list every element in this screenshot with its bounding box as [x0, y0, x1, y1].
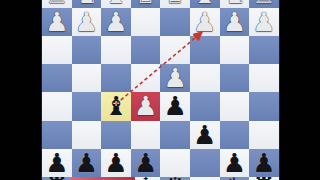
square-e4[interactable]: [131, 64, 161, 92]
square-c8[interactable]: [190, 177, 220, 180]
white-pawn: ♟: [75, 8, 98, 36]
square-g5[interactable]: [72, 92, 102, 120]
square-d1[interactable]: ♛: [160, 0, 190, 8]
square-d8[interactable]: ♛: [160, 177, 190, 180]
white-pawn: ♟: [45, 8, 68, 36]
square-a8[interactable]: ♜: [249, 177, 279, 180]
square-e2[interactable]: [131, 8, 161, 36]
square-h3[interactable]: [42, 36, 72, 64]
white-king: ♚: [134, 0, 157, 8]
square-c3[interactable]: [190, 36, 220, 64]
chess-board: ♜♞♝♚♛♝♞♜♟♟♟♟♟♟♟♝♟♟♟♟♟♟♟♟♟♜♞♝♚♛♞♜: [41, 0, 280, 180]
black-king: ♚: [134, 173, 157, 180]
square-a5[interactable]: [249, 92, 279, 120]
square-f3[interactable]: [101, 36, 131, 64]
square-h4[interactable]: [42, 64, 72, 92]
square-a2[interactable]: ♟: [249, 8, 279, 36]
square-a4[interactable]: [249, 64, 279, 92]
square-g4[interactable]: [72, 64, 102, 92]
square-b8[interactable]: ♞: [220, 177, 250, 180]
square-c4[interactable]: [190, 64, 220, 92]
letterbox-right: [278, 0, 320, 180]
white-pawn: ♟: [223, 8, 246, 36]
square-e3[interactable]: [131, 36, 161, 64]
square-c6[interactable]: ♟: [190, 121, 220, 149]
square-b2[interactable]: ♟: [220, 8, 250, 36]
square-g6[interactable]: [72, 121, 102, 149]
square-h6[interactable]: [42, 121, 72, 149]
square-c7[interactable]: [190, 149, 220, 177]
square-f2[interactable]: ♟: [101, 8, 131, 36]
square-a6[interactable]: [249, 121, 279, 149]
square-h8[interactable]: ♜: [42, 177, 72, 180]
chess-video-frame: ♜♞♝♚♛♝♞♜♟♟♟♟♟♟♟♝♟♟♟♟♟♟♟♟♟♜♞♝♚♛♞♜: [0, 0, 320, 180]
square-c2[interactable]: ♟: [190, 8, 220, 36]
black-knight: ♞: [223, 173, 246, 180]
square-h5[interactable]: [42, 92, 72, 120]
square-b5[interactable]: [220, 92, 250, 120]
square-b3[interactable]: [220, 36, 250, 64]
square-f5[interactable]: ♝: [101, 92, 131, 120]
square-c5[interactable]: [190, 92, 220, 120]
square-g2[interactable]: ♟: [72, 8, 102, 36]
black-pawn: ♟: [164, 92, 187, 120]
square-a3[interactable]: [249, 36, 279, 64]
square-e8[interactable]: ♚: [131, 177, 161, 180]
black-rook: ♜: [252, 173, 275, 180]
square-f4[interactable]: [101, 64, 131, 92]
black-bishop: ♝: [104, 92, 127, 120]
square-d4[interactable]: ♟: [160, 64, 190, 92]
square-e6[interactable]: [131, 121, 161, 149]
white-pawn: ♟: [134, 92, 157, 120]
white-pawn: ♟: [164, 64, 187, 92]
white-pawn: ♟: [252, 8, 275, 36]
black-rook: ♜: [45, 173, 68, 180]
square-e1[interactable]: ♚: [131, 0, 161, 8]
square-d6[interactable]: [160, 121, 190, 149]
white-pawn: ♟: [193, 8, 216, 36]
white-pawn: ♟: [104, 8, 127, 36]
black-pawn: ♟: [193, 121, 216, 149]
red-highlight-strip: [70, 177, 135, 180]
square-d2[interactable]: [160, 8, 190, 36]
square-f6[interactable]: [101, 121, 131, 149]
square-e5[interactable]: ♟: [131, 92, 161, 120]
black-queen: ♛: [164, 173, 187, 180]
square-b6[interactable]: [220, 121, 250, 149]
square-d5[interactable]: ♟: [160, 92, 190, 120]
white-queen: ♛: [164, 0, 187, 8]
letterbox-left: [0, 0, 41, 180]
square-d3[interactable]: [160, 36, 190, 64]
square-h2[interactable]: ♟: [42, 8, 72, 36]
square-b4[interactable]: [220, 64, 250, 92]
square-g3[interactable]: [72, 36, 102, 64]
